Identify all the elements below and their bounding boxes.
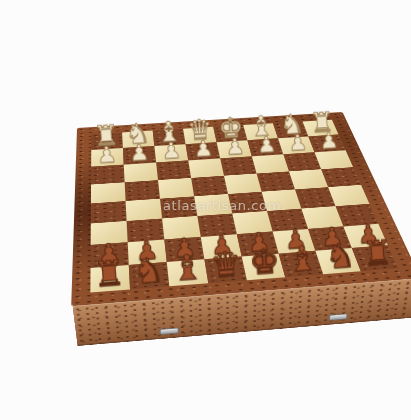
hinge-icon bbox=[160, 327, 180, 335]
square: ♟ bbox=[164, 237, 204, 262]
square: ♛ bbox=[204, 256, 247, 283]
square: ♟ bbox=[91, 242, 129, 268]
square bbox=[321, 167, 361, 187]
square bbox=[252, 154, 289, 173]
square bbox=[91, 182, 126, 203]
square bbox=[160, 196, 197, 218]
square bbox=[328, 185, 369, 206]
square: ♝ bbox=[167, 259, 209, 286]
square: ♚ bbox=[242, 254, 286, 281]
square: ♟ bbox=[201, 234, 242, 259]
hinge-icon bbox=[329, 313, 348, 320]
square: ♜ bbox=[352, 245, 398, 271]
product-photo: ♜♞♝♛♚♝♞♜♟♟♟♟♟♟♟♟♟♟♟♟♟♟♟♟♜♞♝♛♚♝♞♜ atlasar… bbox=[0, 0, 411, 420]
square bbox=[91, 165, 125, 185]
square: ♞ bbox=[315, 248, 360, 274]
square bbox=[91, 221, 128, 245]
square bbox=[156, 161, 191, 181]
square: ♟ bbox=[237, 232, 279, 257]
square: ♟ bbox=[123, 146, 156, 165]
square bbox=[191, 176, 228, 197]
square bbox=[262, 189, 302, 211]
square: ♟ bbox=[343, 224, 388, 248]
square bbox=[125, 180, 160, 201]
square bbox=[194, 194, 232, 216]
square: ♝ bbox=[279, 251, 323, 277]
square: ♞ bbox=[129, 262, 170, 289]
square bbox=[315, 150, 353, 169]
square: ♟ bbox=[128, 240, 167, 265]
square bbox=[224, 174, 262, 194]
square bbox=[158, 178, 194, 199]
square bbox=[127, 218, 165, 242]
square bbox=[197, 213, 237, 236]
square bbox=[126, 199, 163, 221]
square bbox=[162, 216, 201, 240]
square bbox=[232, 211, 272, 234]
chess-board: ♜♞♝♛♚♝♞♜♟♟♟♟♟♟♟♟♟♟♟♟♟♟♟♟♜♞♝♛♚♝♞♜ bbox=[90, 120, 398, 293]
square bbox=[220, 156, 256, 175]
square bbox=[91, 201, 127, 223]
square: ♜ bbox=[90, 265, 130, 293]
square bbox=[335, 204, 378, 227]
chess-board-box: ♜♞♝♛♚♝♞♜♟♟♟♟♟♟♟♟♟♟♟♟♟♟♟♟♜♞♝♛♚♝♞♜ bbox=[71, 112, 411, 306]
square bbox=[124, 163, 158, 183]
square bbox=[188, 158, 224, 177]
square bbox=[228, 192, 267, 214]
square bbox=[301, 206, 343, 229]
square: ♟ bbox=[308, 226, 352, 250]
